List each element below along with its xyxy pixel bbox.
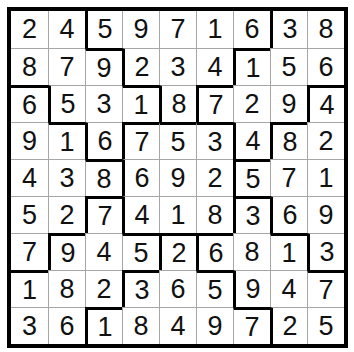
cell-r3c7[interactable]: 2 <box>233 85 270 122</box>
digit: 8 <box>244 239 259 266</box>
cell-r4c8[interactable]: 8 <box>270 122 307 159</box>
digit: 1 <box>22 277 37 304</box>
digit: 5 <box>97 16 112 43</box>
cell-r8c9[interactable]: 7 <box>307 270 344 307</box>
digit: 5 <box>60 91 75 118</box>
cell-r5c9[interactable]: 1 <box>307 159 344 196</box>
digit: 9 <box>133 16 148 43</box>
digit: 6 <box>208 240 223 267</box>
digit: 5 <box>318 313 333 340</box>
digit: 9 <box>60 240 75 267</box>
digit: 2 <box>282 313 297 340</box>
cell-r5c3[interactable]: 8 <box>85 159 122 196</box>
cell-r8c2[interactable]: 8 <box>48 270 85 307</box>
cell-r7c3[interactable]: 4 <box>85 233 122 270</box>
digit: 3 <box>319 239 334 266</box>
digit: 2 <box>207 165 222 192</box>
cell-r9c6[interactable]: 9 <box>196 307 233 344</box>
cell-r8c4[interactable]: 3 <box>122 270 159 307</box>
cell-r4c6[interactable]: 3 <box>196 122 233 159</box>
digit: 4 <box>96 239 111 266</box>
digit: 4 <box>22 165 37 192</box>
digit: 6 <box>22 92 37 119</box>
cell-r1c2[interactable]: 4 <box>48 11 85 48</box>
cell-r7c9[interactable]: 3 <box>307 233 344 270</box>
cell-r2c4[interactable]: 2 <box>122 48 159 85</box>
digit: 3 <box>59 165 74 192</box>
cell-r2c5[interactable]: 3 <box>159 48 196 85</box>
cell-r6c2[interactable]: 2 <box>48 196 85 233</box>
digit: 4 <box>245 128 260 155</box>
digit: 2 <box>134 54 149 81</box>
digit: 9 <box>245 276 260 303</box>
digit: 5 <box>281 54 296 81</box>
cell-r2c2[interactable]: 7 <box>48 48 85 85</box>
digit: 4 <box>134 202 149 229</box>
cell-r5c8[interactable]: 7 <box>270 159 307 196</box>
cell-r9c8[interactable]: 2 <box>270 307 307 344</box>
digit: 3 <box>22 313 37 340</box>
digit: 3 <box>170 54 185 81</box>
cell-r7c2[interactable]: 9 <box>48 233 85 270</box>
cell-r5c5[interactable]: 9 <box>159 159 196 196</box>
digit: 8 <box>59 276 74 303</box>
cell-r2c3[interactable]: 9 <box>85 48 122 85</box>
cell-r1c9[interactable]: 8 <box>307 11 344 48</box>
digit: 6 <box>59 313 74 340</box>
digit: 1 <box>59 129 74 156</box>
cell-r4c5[interactable]: 5 <box>159 122 196 159</box>
digit: 9 <box>281 91 296 118</box>
cell-r9c3[interactable]: 1 <box>85 307 122 344</box>
digit: 3 <box>207 129 222 156</box>
digit: 9 <box>22 128 37 155</box>
digit: 8 <box>282 129 297 156</box>
cell-r4c7[interactable]: 4 <box>233 122 270 159</box>
digit: 7 <box>97 203 112 230</box>
digit: 8 <box>318 16 333 43</box>
cell-r9c2[interactable]: 6 <box>48 307 85 344</box>
digit: 2 <box>59 202 74 229</box>
jigsaw-sudoku-board: 2459716388792341566531872949167534824386… <box>7 7 348 348</box>
board-container: 2459716388792341566531872949167534824386… <box>7 7 348 348</box>
cell-r4c3[interactable]: 6 <box>85 122 122 159</box>
cell-r1c5[interactable]: 7 <box>159 11 196 48</box>
cell-r4c1[interactable]: 9 <box>11 122 48 159</box>
cell-r8c3[interactable]: 2 <box>85 270 122 307</box>
jigsaw-sudoku-page: 2459716388792341566531872949167534824386… <box>0 0 354 352</box>
digit: 7 <box>134 129 149 156</box>
digit: 5 <box>133 240 148 267</box>
digit: 5 <box>207 277 222 304</box>
cell-r3c2[interactable]: 5 <box>48 85 85 122</box>
digit: 6 <box>170 276 185 303</box>
digit: 2 <box>318 128 333 155</box>
cell-r1c6[interactable]: 1 <box>196 11 233 48</box>
cell-r3c5[interactable]: 8 <box>159 85 196 122</box>
cell-r1c3[interactable]: 5 <box>85 11 122 48</box>
cell-r7c6[interactable]: 6 <box>196 233 233 270</box>
digit: 9 <box>207 313 222 340</box>
cell-r3c8[interactable]: 9 <box>270 85 307 122</box>
digit: 7 <box>59 54 74 81</box>
cell-r7c7[interactable]: 8 <box>233 233 270 270</box>
cell-r3c3[interactable]: 3 <box>85 85 122 122</box>
digit: 7 <box>281 165 296 192</box>
cell-r6c6[interactable]: 8 <box>196 196 233 233</box>
digit: 2 <box>96 276 111 303</box>
digit: 6 <box>244 16 259 43</box>
cell-r6c7[interactable]: 3 <box>233 196 270 233</box>
cell-r8c8[interactable]: 4 <box>270 270 307 307</box>
digit: 8 <box>22 54 37 81</box>
cell-r1c7[interactable]: 6 <box>233 11 270 48</box>
cell-r3c6[interactable]: 7 <box>196 85 233 122</box>
cell-r3c9[interactable]: 4 <box>307 85 344 122</box>
digit: 2 <box>22 16 37 43</box>
cell-r8c7[interactable]: 9 <box>233 270 270 307</box>
cell-r1c4[interactable]: 9 <box>122 11 159 48</box>
digit: 7 <box>208 92 223 119</box>
cell-r9c7[interactable]: 7 <box>233 307 270 344</box>
digit: 1 <box>97 314 112 341</box>
digit: 3 <box>282 16 297 43</box>
cell-r3c1[interactable]: 6 <box>11 85 48 122</box>
cell-r4c4[interactable]: 7 <box>122 122 159 159</box>
cell-r6c8[interactable]: 6 <box>270 196 307 233</box>
digit: 4 <box>281 276 296 303</box>
digit: 6 <box>282 202 297 229</box>
cell-r6c5[interactable]: 1 <box>159 196 196 233</box>
cell-r8c5[interactable]: 6 <box>159 270 196 307</box>
cell-r6c1[interactable]: 5 <box>11 196 48 233</box>
digit: 4 <box>207 54 222 81</box>
digit: 8 <box>96 166 111 193</box>
cell-r6c4[interactable]: 4 <box>122 196 159 233</box>
cell-r8c1[interactable]: 1 <box>11 270 48 307</box>
cell-r9c5[interactable]: 4 <box>159 307 196 344</box>
digit: 8 <box>171 91 186 118</box>
digit: 1 <box>133 92 148 119</box>
cell-r2c6[interactable]: 4 <box>196 48 233 85</box>
digit: 8 <box>207 202 222 229</box>
cell-r7c4[interactable]: 5 <box>122 233 159 270</box>
digit: 7 <box>244 314 259 341</box>
digit: 5 <box>170 129 185 156</box>
cell-r9c4[interactable]: 8 <box>122 307 159 344</box>
digit: 6 <box>134 165 149 192</box>
digit: 1 <box>245 55 260 82</box>
cell-r2c9[interactable]: 6 <box>307 48 344 85</box>
digit: 1 <box>170 202 185 229</box>
digit: 5 <box>245 166 260 193</box>
digit: 2 <box>244 91 259 118</box>
cell-r4c2[interactable]: 1 <box>48 122 85 159</box>
cell-r1c8[interactable]: 3 <box>270 11 307 48</box>
cell-r9c9[interactable]: 5 <box>307 307 344 344</box>
cell-r5c6[interactable]: 2 <box>196 159 233 196</box>
digit: 3 <box>96 91 111 118</box>
cell-r6c3[interactable]: 7 <box>85 196 122 233</box>
digit: 1 <box>318 165 333 192</box>
digit: 3 <box>134 277 149 304</box>
digit: 9 <box>96 55 111 82</box>
cell-r5c2[interactable]: 3 <box>48 159 85 196</box>
digit: 4 <box>59 16 74 43</box>
digit: 4 <box>319 92 334 119</box>
digit: 4 <box>170 313 185 340</box>
digit: 7 <box>318 277 333 304</box>
digit: 9 <box>318 202 333 229</box>
digit: 6 <box>318 54 333 81</box>
cell-r1c1[interactable]: 2 <box>11 11 48 48</box>
cell-r6c9[interactable]: 9 <box>307 196 344 233</box>
cell-r7c1[interactable]: 7 <box>11 233 48 270</box>
digit: 8 <box>133 313 148 340</box>
cell-r4c9[interactable]: 2 <box>307 122 344 159</box>
cell-r2c7[interactable]: 1 <box>233 48 270 85</box>
digit: 7 <box>170 16 185 43</box>
cell-r7c8[interactable]: 1 <box>270 233 307 270</box>
cell-r9c1[interactable]: 3 <box>11 307 48 344</box>
digit: 1 <box>281 240 296 267</box>
digit: 2 <box>171 240 186 267</box>
cell-r2c1[interactable]: 8 <box>11 48 48 85</box>
digit: 1 <box>207 16 222 43</box>
digit: 3 <box>245 203 260 230</box>
cell-r2c8[interactable]: 5 <box>270 48 307 85</box>
digit: 9 <box>170 165 185 192</box>
cell-r3c4[interactable]: 1 <box>122 85 159 122</box>
cell-r5c7[interactable]: 5 <box>233 159 270 196</box>
cell-r5c4[interactable]: 6 <box>122 159 159 196</box>
digit: 6 <box>97 128 112 155</box>
cell-r8c6[interactable]: 5 <box>196 270 233 307</box>
cell-r7c5[interactable]: 2 <box>159 233 196 270</box>
digit: 5 <box>22 202 37 229</box>
cell-r5c1[interactable]: 4 <box>11 159 48 196</box>
digit: 7 <box>22 239 37 266</box>
